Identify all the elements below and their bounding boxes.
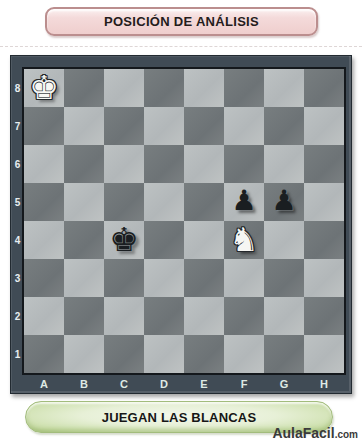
white-knight: ♞ — [224, 221, 264, 259]
rank-label-4: 4 — [11, 221, 24, 259]
watermark-name: AulaFacil — [272, 425, 334, 441]
square-c6 — [104, 145, 144, 183]
square-g7 — [264, 107, 304, 145]
file-label-c: C — [104, 373, 144, 395]
square-b5 — [64, 183, 104, 221]
square-a1 — [24, 335, 64, 373]
square-a6 — [24, 145, 64, 183]
file-label-g: G — [264, 373, 304, 395]
square-a7 — [24, 107, 64, 145]
rank-label-7: 7 — [11, 107, 24, 145]
square-h8 — [304, 69, 344, 107]
square-d3 — [144, 259, 184, 297]
square-e1 — [184, 335, 224, 373]
file-labels: ABCDEFGH — [24, 373, 344, 395]
square-h2 — [304, 297, 344, 335]
analysis-title-banner: POSICIÓN DE ANÁLISIS — [45, 7, 318, 36]
square-g8 — [264, 69, 304, 107]
square-g6 — [264, 145, 304, 183]
square-f2 — [224, 297, 264, 335]
square-g3 — [264, 259, 304, 297]
square-f5: ♟ — [224, 183, 264, 221]
square-c4: ♚ — [104, 221, 144, 259]
square-b3 — [64, 259, 104, 297]
horizontal-divider — [0, 46, 362, 47]
file-label-h: H — [304, 373, 344, 395]
square-e5 — [184, 183, 224, 221]
file-label-a: A — [24, 373, 64, 395]
square-g5: ♟ — [264, 183, 304, 221]
square-c5 — [104, 183, 144, 221]
square-a3 — [24, 259, 64, 297]
board-squares: ♚♟♟♚♞ — [24, 69, 344, 373]
square-c7 — [104, 107, 144, 145]
rank-label-8: 8 — [11, 69, 24, 107]
square-f1 — [224, 335, 264, 373]
square-d4 — [144, 221, 184, 259]
square-f8 — [224, 69, 264, 107]
square-c1 — [104, 335, 144, 373]
turn-caption: JUEGAN LAS BLANCAS — [102, 410, 257, 425]
watermark-tld: .com — [335, 429, 358, 440]
file-label-b: B — [64, 373, 104, 395]
square-g1 — [264, 335, 304, 373]
white-king: ♚ — [24, 69, 64, 107]
square-a4 — [24, 221, 64, 259]
square-d7 — [144, 107, 184, 145]
file-label-e: E — [184, 373, 224, 395]
square-b8 — [64, 69, 104, 107]
square-h4 — [304, 221, 344, 259]
square-e7 — [184, 107, 224, 145]
square-d8 — [144, 69, 184, 107]
black-king: ♚ — [104, 221, 144, 259]
square-d5 — [144, 183, 184, 221]
square-f7 — [224, 107, 264, 145]
rank-label-5: 5 — [11, 183, 24, 221]
square-b6 — [64, 145, 104, 183]
black-pawn: ♟ — [264, 183, 304, 221]
square-b2 — [64, 297, 104, 335]
square-f6 — [224, 145, 264, 183]
rank-label-1: 1 — [11, 335, 24, 373]
square-h3 — [304, 259, 344, 297]
square-a2 — [24, 297, 64, 335]
square-b1 — [64, 335, 104, 373]
square-c3 — [104, 259, 144, 297]
black-pawn: ♟ — [224, 183, 264, 221]
square-d1 — [144, 335, 184, 373]
square-e3 — [184, 259, 224, 297]
rank-labels: 87654321 — [11, 69, 24, 373]
square-f4: ♞ — [224, 221, 264, 259]
square-f3 — [224, 259, 264, 297]
file-label-f: F — [224, 373, 264, 395]
square-g2 — [264, 297, 304, 335]
square-h1 — [304, 335, 344, 373]
page-title: POSICIÓN DE ANÁLISIS — [104, 14, 259, 29]
square-d6 — [144, 145, 184, 183]
square-e6 — [184, 145, 224, 183]
square-d2 — [144, 297, 184, 335]
square-a8: ♚ — [24, 69, 64, 107]
square-e4 — [184, 221, 224, 259]
rank-label-6: 6 — [11, 145, 24, 183]
square-b7 — [64, 107, 104, 145]
square-e8 — [184, 69, 224, 107]
square-c8 — [104, 69, 144, 107]
square-a5 — [24, 183, 64, 221]
watermark: AulaFacil .com — [272, 425, 358, 441]
chess-board: 87654321 ♚♟♟♚♞ ABCDEFGH — [10, 55, 352, 394]
rank-label-2: 2 — [11, 297, 24, 335]
square-h5 — [304, 183, 344, 221]
square-c2 — [104, 297, 144, 335]
square-e2 — [184, 297, 224, 335]
file-label-d: D — [144, 373, 184, 395]
square-h6 — [304, 145, 344, 183]
rank-label-3: 3 — [11, 259, 24, 297]
square-h7 — [304, 107, 344, 145]
square-b4 — [64, 221, 104, 259]
square-g4 — [264, 221, 304, 259]
